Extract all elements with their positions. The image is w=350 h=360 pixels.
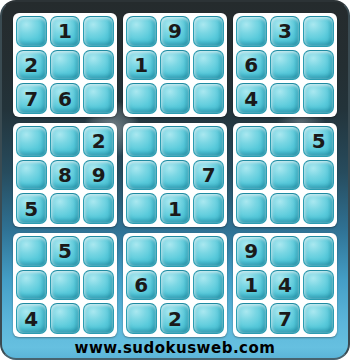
cell-r8c4[interactable]: 6 [126,270,157,301]
cell-r1c2[interactable]: 1 [50,16,81,47]
cell-r6c2[interactable] [50,193,81,224]
cell-r8c5[interactable] [160,270,191,301]
cell-r8c2[interactable] [50,270,81,301]
cell-r7c7[interactable]: 9 [236,236,267,267]
cell-r6c4[interactable] [126,193,157,224]
box-4: 2895 [13,123,117,227]
cell-r3c5[interactable] [160,83,191,114]
cell-r4c4[interactable] [126,126,157,157]
cell-r4c2[interactable] [50,126,81,157]
cell-r3c8[interactable] [270,83,301,114]
box-2: 91 [123,13,227,117]
cell-r4c1[interactable] [16,126,47,157]
cell-r7c2[interactable]: 5 [50,236,81,267]
cell-r6c5[interactable]: 1 [160,193,191,224]
cell-r8c1[interactable] [16,270,47,301]
cell-r8c7[interactable]: 1 [236,270,267,301]
cell-r2c4[interactable]: 1 [126,50,157,81]
cell-r4c9[interactable]: 5 [303,126,334,157]
cell-r1c5[interactable]: 9 [160,16,191,47]
cell-r9c9[interactable] [303,303,334,334]
sudoku-grid: 127691364289571554629147 [2,2,348,337]
box-7: 54 [13,233,117,337]
cell-r2c9[interactable] [303,50,334,81]
cell-r7c8[interactable] [270,236,301,267]
box-1: 1276 [13,13,117,117]
cell-r3c2[interactable]: 6 [50,83,81,114]
cell-r2c1[interactable]: 2 [16,50,47,81]
cell-r9c2[interactable] [50,303,81,334]
box-5: 71 [123,123,227,227]
cell-r5c7[interactable] [236,160,267,191]
cell-r2c7[interactable]: 6 [236,50,267,81]
box-9: 9147 [233,233,337,337]
cell-r9c5[interactable]: 2 [160,303,191,334]
cell-r1c9[interactable] [303,16,334,47]
cell-r1c6[interactable] [193,16,224,47]
cell-r6c6[interactable] [193,193,224,224]
cell-r4c6[interactable] [193,126,224,157]
cell-r4c5[interactable] [160,126,191,157]
cell-r2c8[interactable] [270,50,301,81]
cell-r5c2[interactable]: 8 [50,160,81,191]
cell-r1c3[interactable] [83,16,114,47]
cell-r6c9[interactable] [303,193,334,224]
box-6: 5 [233,123,337,227]
cell-r5c8[interactable] [270,160,301,191]
cell-r2c2[interactable] [50,50,81,81]
cell-r3c7[interactable]: 4 [236,83,267,114]
cell-r1c4[interactable] [126,16,157,47]
cell-r5c5[interactable] [160,160,191,191]
cell-r8c8[interactable]: 4 [270,270,301,301]
cell-r3c3[interactable] [83,83,114,114]
cell-r9c1[interactable]: 4 [16,303,47,334]
cell-r6c1[interactable]: 5 [16,193,47,224]
cell-r3c6[interactable] [193,83,224,114]
cell-r8c3[interactable] [83,270,114,301]
cell-r1c1[interactable] [16,16,47,47]
cell-r2c5[interactable] [160,50,191,81]
cell-r3c4[interactable] [126,83,157,114]
cell-r1c7[interactable] [236,16,267,47]
cell-r5c3[interactable]: 9 [83,160,114,191]
cell-r6c7[interactable] [236,193,267,224]
cell-r5c9[interactable] [303,160,334,191]
sudoku-board: 127691364289571554629147 www.sudokusweb.… [0,0,350,360]
cell-r2c6[interactable] [193,50,224,81]
cell-r5c4[interactable] [126,160,157,191]
cell-r4c3[interactable]: 2 [83,126,114,157]
cell-r9c6[interactable] [193,303,224,334]
cell-r6c8[interactable] [270,193,301,224]
cell-r7c6[interactable] [193,236,224,267]
cell-r7c1[interactable] [16,236,47,267]
box-8: 62 [123,233,227,337]
cell-r3c9[interactable] [303,83,334,114]
cell-r9c8[interactable]: 7 [270,303,301,334]
cell-r7c9[interactable] [303,236,334,267]
box-3: 364 [233,13,337,117]
site-url: www.sudokusweb.com [2,337,348,358]
cell-r8c9[interactable] [303,270,334,301]
cell-r7c5[interactable] [160,236,191,267]
cell-r9c7[interactable] [236,303,267,334]
cell-r4c7[interactable] [236,126,267,157]
cell-r7c4[interactable] [126,236,157,267]
cell-r9c3[interactable] [83,303,114,334]
cell-r1c8[interactable]: 3 [270,16,301,47]
cell-r9c4[interactable] [126,303,157,334]
cell-r8c6[interactable] [193,270,224,301]
cell-r5c6[interactable]: 7 [193,160,224,191]
cell-r4c8[interactable] [270,126,301,157]
cell-r6c3[interactable] [83,193,114,224]
cell-r5c1[interactable] [16,160,47,191]
cell-r2c3[interactable] [83,50,114,81]
cell-r3c1[interactable]: 7 [16,83,47,114]
cell-r7c3[interactable] [83,236,114,267]
